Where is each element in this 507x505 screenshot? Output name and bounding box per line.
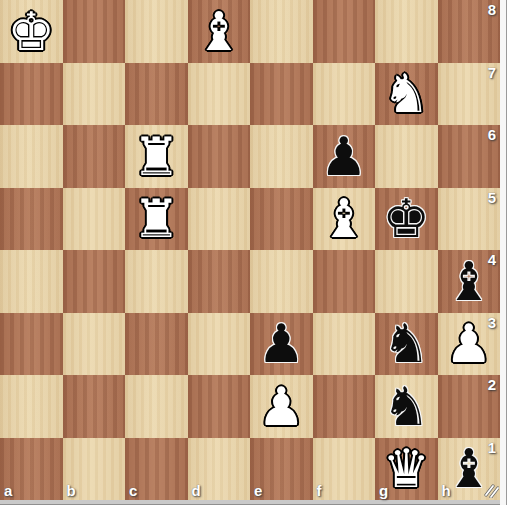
white-rook[interactable]: ♜ — [125, 125, 188, 188]
square-e7[interactable] — [250, 63, 313, 126]
square-e2[interactable]: ♟ — [250, 375, 313, 438]
square-b4[interactable] — [63, 250, 126, 313]
square-c6[interactable]: ♜ — [125, 125, 188, 188]
square-a6[interactable] — [0, 125, 63, 188]
square-b2[interactable] — [63, 375, 126, 438]
square-a4[interactable] — [0, 250, 63, 313]
square-h6[interactable]: 6 — [438, 125, 501, 188]
square-b6[interactable] — [63, 125, 126, 188]
black-knight[interactable]: ♞ — [375, 375, 438, 438]
square-a1[interactable]: a — [0, 438, 63, 501]
square-c8[interactable] — [125, 0, 188, 63]
square-d8[interactable]: ♝ — [188, 0, 251, 63]
square-h4[interactable]: ♝4 — [438, 250, 501, 313]
square-g7[interactable]: ♞ — [375, 63, 438, 126]
white-knight[interactable]: ♞ — [375, 63, 438, 126]
square-a8[interactable]: ♚ — [0, 0, 63, 63]
square-b5[interactable] — [63, 188, 126, 251]
square-e3[interactable]: ♟ — [250, 313, 313, 376]
square-b3[interactable] — [63, 313, 126, 376]
rank-label-6: 6 — [488, 126, 496, 143]
chess-board: ♚♝8♞7♜♟6♜♝♚5♝4♟♞♟3♟♞2abcdef♛g♝h1 — [0, 0, 500, 500]
square-b7[interactable] — [63, 63, 126, 126]
square-c2[interactable] — [125, 375, 188, 438]
white-bishop[interactable]: ♝ — [188, 0, 251, 63]
square-a7[interactable] — [0, 63, 63, 126]
square-g6[interactable] — [375, 125, 438, 188]
square-f2[interactable] — [313, 375, 376, 438]
square-f7[interactable] — [313, 63, 376, 126]
white-bishop[interactable]: ♝ — [313, 188, 376, 251]
file-label-f: f — [317, 482, 322, 499]
square-a5[interactable] — [0, 188, 63, 251]
white-pawn[interactable]: ♟ — [250, 375, 313, 438]
square-h5[interactable]: 5 — [438, 188, 501, 251]
square-e1[interactable]: e — [250, 438, 313, 501]
file-label-e: e — [254, 482, 262, 499]
rank-label-7: 7 — [488, 64, 496, 81]
square-f5[interactable]: ♝ — [313, 188, 376, 251]
square-c3[interactable] — [125, 313, 188, 376]
white-pawn[interactable]: ♟ — [438, 313, 501, 376]
square-d5[interactable] — [188, 188, 251, 251]
rank-label-8: 8 — [488, 1, 496, 18]
black-knight[interactable]: ♞ — [375, 313, 438, 376]
square-d3[interactable] — [188, 313, 251, 376]
square-g2[interactable]: ♞ — [375, 375, 438, 438]
resize-handle-icon[interactable] — [484, 483, 499, 498]
square-g5[interactable]: ♚ — [375, 188, 438, 251]
square-g8[interactable] — [375, 0, 438, 63]
square-d2[interactable] — [188, 375, 251, 438]
square-d7[interactable] — [188, 63, 251, 126]
square-d1[interactable]: d — [188, 438, 251, 501]
black-king[interactable]: ♚ — [375, 188, 438, 251]
square-f4[interactable] — [313, 250, 376, 313]
white-queen[interactable]: ♛ — [375, 438, 438, 501]
square-c4[interactable] — [125, 250, 188, 313]
square-h3[interactable]: ♟3 — [438, 313, 501, 376]
board-bottom-border — [0, 500, 500, 505]
rank-label-2: 2 — [488, 376, 496, 393]
square-c5[interactable]: ♜ — [125, 188, 188, 251]
black-pawn[interactable]: ♟ — [313, 125, 376, 188]
square-e8[interactable] — [250, 0, 313, 63]
square-c1[interactable]: c — [125, 438, 188, 501]
file-label-d: d — [192, 482, 201, 499]
square-d4[interactable] — [188, 250, 251, 313]
file-label-c: c — [129, 482, 137, 499]
square-a3[interactable] — [0, 313, 63, 376]
white-rook[interactable]: ♜ — [125, 188, 188, 251]
square-g1[interactable]: ♛g — [375, 438, 438, 501]
square-f8[interactable] — [313, 0, 376, 63]
square-h7[interactable]: 7 — [438, 63, 501, 126]
square-h2[interactable]: 2 — [438, 375, 501, 438]
square-c7[interactable] — [125, 63, 188, 126]
white-king[interactable]: ♚ — [0, 0, 63, 63]
square-f6[interactable]: ♟ — [313, 125, 376, 188]
square-f3[interactable] — [313, 313, 376, 376]
board-right-border — [500, 0, 507, 505]
black-pawn[interactable]: ♟ — [250, 313, 313, 376]
black-bishop[interactable]: ♝ — [438, 250, 501, 313]
square-e4[interactable] — [250, 250, 313, 313]
file-label-a: a — [4, 482, 12, 499]
square-b1[interactable]: b — [63, 438, 126, 501]
file-label-b: b — [67, 482, 76, 499]
square-a2[interactable] — [0, 375, 63, 438]
square-f1[interactable]: f — [313, 438, 376, 501]
square-e6[interactable] — [250, 125, 313, 188]
square-d6[interactable] — [188, 125, 251, 188]
square-g3[interactable]: ♞ — [375, 313, 438, 376]
rank-label-5: 5 — [488, 189, 496, 206]
chess-board-widget: ♚♝8♞7♜♟6♜♝♚5♝4♟♞♟3♟♞2abcdef♛g♝h1 — [0, 0, 507, 505]
square-h8[interactable]: 8 — [438, 0, 501, 63]
square-e5[interactable] — [250, 188, 313, 251]
square-g4[interactable] — [375, 250, 438, 313]
square-b8[interactable] — [63, 0, 126, 63]
